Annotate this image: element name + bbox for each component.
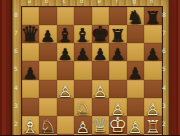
rank-label-left-2: 2 — [13, 115, 20, 133]
square-c2[interactable] — [57, 116, 75, 134]
piece-black-bishop-c7[interactable]: ♝ — [57, 26, 74, 45]
square-h2[interactable]: ♖ — [144, 116, 162, 134]
square-b2[interactable]: ♘ — [39, 116, 57, 134]
square-c1[interactable]: ♗ — [57, 134, 75, 135]
piece-black-rook-h8[interactable]: ♜ — [145, 9, 161, 27]
piece-white-rook-h2[interactable]: ♖ — [145, 118, 161, 135]
piece-white-knight-d3[interactable]: ♘ — [74, 99, 91, 118]
square-h8[interactable]: ♜ — [144, 7, 162, 25]
piece-white-pawn-c4[interactable]: ♙ — [58, 84, 72, 100]
square-a3[interactable] — [22, 98, 40, 116]
file-labels: abcdefgh — [21, 0, 161, 4]
square-f6[interactable]: ♟ — [109, 43, 127, 61]
file-label-g: g — [126, 0, 144, 4]
square-a1[interactable]: ♖ — [22, 134, 40, 135]
square-h4[interactable] — [144, 80, 162, 98]
rank-labels-right: 87654321 — [161, 6, 168, 136]
rank-label-left-5: 5 — [13, 60, 20, 78]
square-f7[interactable]: ♜ — [109, 25, 127, 43]
square-b5[interactable] — [39, 61, 57, 79]
square-d7[interactable]: ♝ — [74, 25, 92, 43]
square-a5[interactable]: ♟ — [22, 61, 40, 79]
file-label-d: d — [73, 0, 91, 4]
file-label-a: a — [21, 0, 39, 4]
piece-black-pawn-f6[interactable]: ♟ — [111, 47, 125, 63]
rank-label-right-1: 1 — [161, 133, 168, 135]
square-e7[interactable]: ♚ — [92, 25, 110, 43]
piece-black-pawn-d6[interactable]: ♟ — [76, 47, 90, 63]
rank-labels-left: 87654321 — [13, 6, 20, 136]
rank-label-left-3: 3 — [13, 97, 20, 115]
chess-game-window: abcdefgh 87654321 87654321 ♞♜♛♟♝♝♚♜♟♟♟♟♟… — [0, 0, 180, 135]
rank-label-right-2: 2 — [161, 115, 168, 133]
square-c6[interactable]: ♟ — [57, 43, 75, 61]
piece-black-pawn-h6[interactable]: ♟ — [146, 47, 160, 63]
rank-label-left-6: 6 — [13, 42, 20, 60]
rank-label-right-5: 5 — [161, 60, 168, 78]
square-b8[interactable] — [39, 7, 57, 25]
square-f2[interactable]: ♔ — [109, 116, 127, 134]
piece-white-knight-b2[interactable]: ♘ — [39, 117, 56, 135]
piece-white-pawn-e4[interactable]: ♙ — [93, 84, 107, 100]
rank-label-right-7: 7 — [161, 24, 168, 42]
rank-label-left-4: 4 — [13, 79, 20, 97]
piece-white-pawn-g2[interactable]: ♙ — [128, 120, 142, 135]
piece-black-knight-g8[interactable]: ♞ — [127, 8, 144, 27]
square-d8[interactable] — [74, 7, 92, 25]
square-f4[interactable] — [109, 80, 127, 98]
rank-label-right-3: 3 — [161, 97, 168, 115]
square-g5[interactable]: ♟ — [127, 61, 145, 79]
piece-white-bishop-a2[interactable]: ♗ — [22, 117, 39, 135]
file-label-c: c — [56, 0, 74, 4]
square-d2[interactable]: ♙ — [74, 116, 92, 134]
square-g2[interactable]: ♙ — [127, 116, 145, 134]
rank-label-left-8: 8 — [13, 6, 20, 24]
square-c4[interactable]: ♙ — [57, 80, 75, 98]
square-g6[interactable] — [127, 43, 145, 61]
piece-black-pawn-c6[interactable]: ♟ — [58, 47, 72, 63]
square-b3[interactable] — [39, 98, 57, 116]
square-a7[interactable]: ♛ — [22, 25, 40, 43]
rank-label-left-7: 7 — [13, 24, 20, 42]
square-d6[interactable]: ♟ — [74, 43, 92, 61]
square-b4[interactable] — [39, 80, 57, 98]
file-label-f: f — [108, 0, 126, 4]
square-e4[interactable]: ♙ — [92, 80, 110, 98]
piece-black-bishop-d7[interactable]: ♝ — [74, 26, 91, 45]
square-d4[interactable] — [74, 80, 92, 98]
square-f8[interactable] — [109, 7, 127, 25]
piece-black-pawn-e6[interactable]: ♟ — [93, 47, 107, 63]
square-g3[interactable] — [127, 98, 145, 116]
rank-label-right-4: 4 — [161, 79, 168, 97]
piece-white-queen-e2[interactable]: ♕ — [91, 115, 110, 135]
piece-white-pawn-d2[interactable]: ♙ — [76, 120, 90, 135]
square-h6[interactable]: ♟ — [144, 43, 162, 61]
file-label-h: h — [143, 0, 161, 4]
square-c8[interactable] — [57, 7, 75, 25]
square-e6[interactable]: ♟ — [92, 43, 110, 61]
piece-black-pawn-b7[interactable]: ♟ — [41, 29, 55, 45]
square-a2[interactable]: ♗ — [22, 116, 40, 134]
piece-black-rook-f7[interactable]: ♜ — [110, 27, 126, 45]
piece-black-pawn-a5[interactable]: ♟ — [23, 66, 37, 82]
chess-board: ♞♜♛♟♝♝♚♜♟♟♟♟♟♟♟♙♙♘♙♙♗♘♙♕♔♙♖♖♗ — [21, 6, 163, 136]
square-c7[interactable]: ♝ — [57, 25, 75, 43]
square-d3[interactable]: ♘ — [74, 98, 92, 116]
file-label-b: b — [38, 0, 56, 4]
rank-label-right-8: 8 — [161, 6, 168, 24]
square-e2[interactable]: ♕ — [92, 116, 110, 134]
piece-white-king-f2[interactable]: ♔ — [108, 115, 127, 135]
rank-label-right-6: 6 — [161, 42, 168, 60]
file-label-e: e — [91, 0, 109, 4]
square-b7[interactable]: ♟ — [39, 25, 57, 43]
piece-black-queen-a7[interactable]: ♛ — [21, 24, 40, 45]
square-h3[interactable]: ♙ — [144, 98, 162, 116]
piece-black-king-e7[interactable]: ♚ — [91, 24, 110, 45]
square-g8[interactable]: ♞ — [127, 7, 145, 25]
piece-black-pawn-g5[interactable]: ♟ — [128, 66, 142, 82]
rank-label-left-1: 1 — [13, 133, 20, 135]
